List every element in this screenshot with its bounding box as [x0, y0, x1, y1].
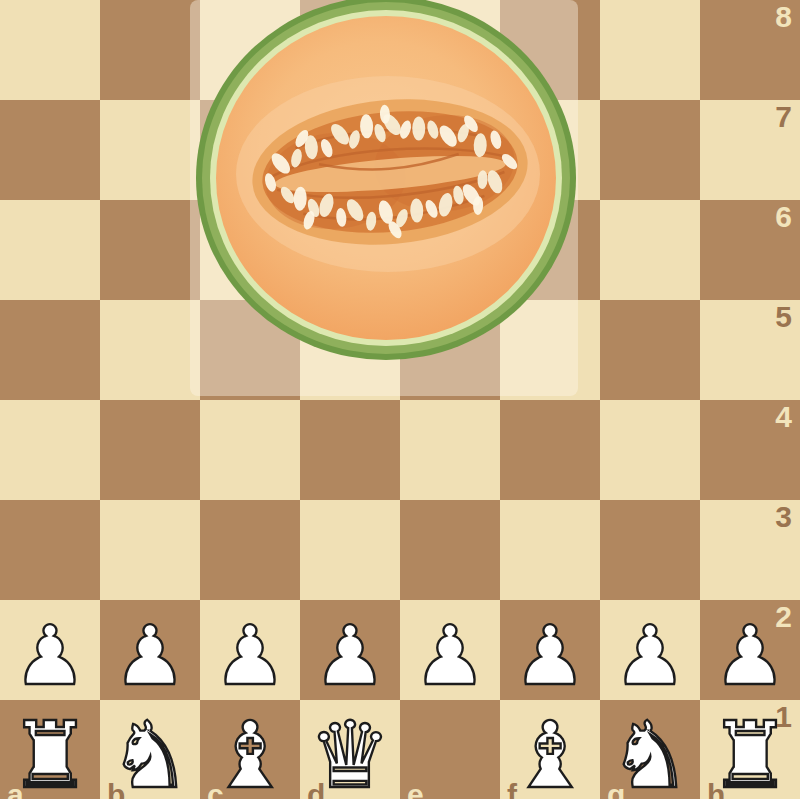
rank-label-5: 5: [775, 302, 792, 332]
square-a8[interactable]: [0, 0, 100, 100]
white-pawn[interactable]: ♟: [400, 605, 500, 705]
white-bishop[interactable]: ♝: [200, 705, 300, 799]
rank-label-3: 3: [775, 502, 792, 532]
white-rook[interactable]: ♜: [700, 705, 800, 799]
square-h7[interactable]: 7: [700, 100, 800, 200]
square-d4[interactable]: [300, 400, 400, 500]
square-a2[interactable]: ♟: [0, 600, 100, 700]
square-a7[interactable]: [0, 100, 100, 200]
square-c4[interactable]: [200, 400, 300, 500]
white-bishop[interactable]: ♝: [500, 705, 600, 799]
square-e3[interactable]: [400, 500, 500, 600]
square-b7[interactable]: [100, 100, 200, 200]
square-d3[interactable]: [300, 500, 400, 600]
white-pawn[interactable]: ♟: [0, 605, 100, 705]
square-h5[interactable]: 5: [700, 300, 800, 400]
white-pawn[interactable]: ♟: [700, 605, 800, 705]
square-c3[interactable]: [200, 500, 300, 600]
square-h6[interactable]: 6: [700, 200, 800, 300]
square-g6[interactable]: [600, 200, 700, 300]
square-a4[interactable]: [0, 400, 100, 500]
square-g8[interactable]: [600, 0, 700, 100]
square-g4[interactable]: [600, 400, 700, 500]
white-knight[interactable]: ♞: [100, 705, 200, 799]
square-d1[interactable]: d♛: [300, 700, 400, 799]
rank-label-4: 4: [775, 402, 792, 432]
white-rook[interactable]: ♜: [0, 705, 100, 799]
square-c1[interactable]: c♝: [200, 700, 300, 799]
square-e2[interactable]: ♟: [400, 600, 500, 700]
square-h1[interactable]: 1h♜: [700, 700, 800, 799]
square-b4[interactable]: [100, 400, 200, 500]
square-b8[interactable]: [100, 0, 200, 100]
white-queen[interactable]: ♛: [300, 705, 400, 799]
chess-board-screenshot: 876543♟♟♟♟♟♟♟2♟a♜b♞c♝d♛ef♝g♞1h♜: [0, 0, 800, 799]
square-a6[interactable]: [0, 200, 100, 300]
square-h4[interactable]: 4: [700, 400, 800, 500]
square-g5[interactable]: [600, 300, 700, 400]
square-b5[interactable]: [100, 300, 200, 400]
rank-label-7: 7: [775, 102, 792, 132]
square-g3[interactable]: [600, 500, 700, 600]
white-pawn[interactable]: ♟: [300, 605, 400, 705]
white-pawn[interactable]: ♟: [200, 605, 300, 705]
white-pawn[interactable]: ♟: [100, 605, 200, 705]
square-a1[interactable]: a♜: [0, 700, 100, 799]
rank-label-8: 8: [775, 2, 792, 32]
melon-image: [186, 0, 586, 370]
square-f2[interactable]: ♟: [500, 600, 600, 700]
square-g2[interactable]: ♟: [600, 600, 700, 700]
square-a5[interactable]: [0, 300, 100, 400]
square-e1[interactable]: e: [400, 700, 500, 799]
square-b1[interactable]: b♞: [100, 700, 200, 799]
white-pawn[interactable]: ♟: [600, 605, 700, 705]
square-h3[interactable]: 3: [700, 500, 800, 600]
square-c2[interactable]: ♟: [200, 600, 300, 700]
white-knight[interactable]: ♞: [600, 705, 700, 799]
square-f3[interactable]: [500, 500, 600, 600]
square-e4[interactable]: [400, 400, 500, 500]
square-a3[interactable]: [0, 500, 100, 600]
square-g1[interactable]: g♞: [600, 700, 700, 799]
square-h8[interactable]: 8: [700, 0, 800, 100]
square-b2[interactable]: ♟: [100, 600, 200, 700]
file-label-e: e: [407, 780, 424, 799]
square-h2[interactable]: 2♟: [700, 600, 800, 700]
square-f4[interactable]: [500, 400, 600, 500]
square-b6[interactable]: [100, 200, 200, 300]
square-d2[interactable]: ♟: [300, 600, 400, 700]
square-b3[interactable]: [100, 500, 200, 600]
rank-label-6: 6: [775, 202, 792, 232]
square-f1[interactable]: f♝: [500, 700, 600, 799]
square-g7[interactable]: [600, 100, 700, 200]
white-pawn[interactable]: ♟: [500, 605, 600, 705]
